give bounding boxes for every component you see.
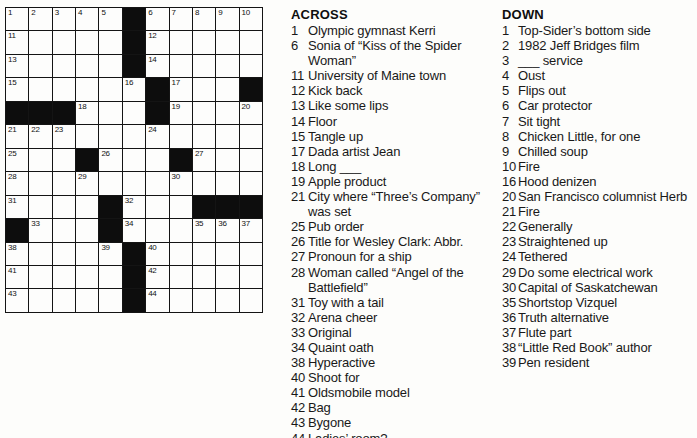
empty-cell[interactable] xyxy=(123,102,146,125)
empty-cell[interactable] xyxy=(76,196,99,219)
empty-cell[interactable] xyxy=(29,289,52,312)
clue-text: Capital of Saskatchewan xyxy=(518,280,697,295)
empty-cell[interactable]: 42 xyxy=(146,266,169,289)
cell-number: 11 xyxy=(8,32,16,40)
down-clue-20: 20San Francisco columnist Herb xyxy=(502,189,697,204)
empty-cell[interactable] xyxy=(99,289,122,312)
cell-number: 31 xyxy=(8,197,16,205)
empty-cell[interactable] xyxy=(193,55,216,78)
empty-cell[interactable] xyxy=(76,219,99,242)
empty-cell[interactable] xyxy=(53,55,76,78)
clue-text: Generally xyxy=(518,219,697,234)
empty-cell[interactable] xyxy=(240,149,263,172)
empty-cell[interactable] xyxy=(193,31,216,54)
clue-text: Bag xyxy=(308,400,483,415)
clue-text: Floor xyxy=(308,114,483,129)
empty-cell[interactable]: 25 xyxy=(6,149,29,172)
empty-cell[interactable] xyxy=(193,266,216,289)
empty-cell[interactable] xyxy=(216,149,239,172)
across-clue-38: 38Hyperactive xyxy=(291,355,483,370)
empty-cell[interactable] xyxy=(29,266,52,289)
empty-cell[interactable] xyxy=(240,266,263,289)
clue-text: San Francisco columnist Herb xyxy=(518,189,697,204)
black-cell xyxy=(240,78,263,101)
clue-number: 22 xyxy=(502,219,518,234)
cell-number: 34 xyxy=(125,220,133,228)
empty-cell[interactable] xyxy=(240,55,263,78)
empty-cell[interactable] xyxy=(76,55,99,78)
clue-text: Shortstop Vizquel xyxy=(518,295,697,310)
black-cell xyxy=(123,289,146,312)
clue-number: 38 xyxy=(502,340,518,355)
empty-cell[interactable] xyxy=(146,219,169,242)
empty-cell[interactable]: 32 xyxy=(123,196,146,219)
cell-number: 38 xyxy=(8,244,16,252)
down-clue-29: 29Do some electrical work xyxy=(502,265,697,280)
cell-number: 5 xyxy=(101,9,105,17)
empty-cell[interactable] xyxy=(193,243,216,266)
across-clue-17: 17Dada artist Jean xyxy=(291,144,483,159)
cell-number: 23 xyxy=(55,126,63,134)
clue-text: Oust xyxy=(518,68,697,83)
empty-cell[interactable]: 39 xyxy=(99,243,122,266)
empty-cell[interactable] xyxy=(99,125,122,148)
across-clue-31: 31Toy with a tail xyxy=(291,295,483,310)
clue-number: 32 xyxy=(291,310,308,325)
empty-cell[interactable] xyxy=(29,78,52,101)
cell-number: 44 xyxy=(148,290,156,298)
empty-cell[interactable] xyxy=(53,289,76,312)
black-cell xyxy=(99,219,122,242)
empty-cell[interactable] xyxy=(99,266,122,289)
down-clue-24: 24Tethered xyxy=(502,249,697,264)
clue-number: 41 xyxy=(291,385,308,400)
empty-cell[interactable] xyxy=(99,172,122,195)
across-clue-44: 44Ladies’ room? xyxy=(291,431,483,438)
clue-text: ___ service xyxy=(518,53,697,68)
empty-cell[interactable] xyxy=(53,31,76,54)
empty-cell[interactable] xyxy=(99,102,122,125)
empty-cell[interactable]: 35 xyxy=(193,219,216,242)
empty-cell[interactable]: 18 xyxy=(76,102,99,125)
clue-text: Fire xyxy=(518,204,697,219)
empty-cell[interactable] xyxy=(170,31,193,54)
clue-number: 27 xyxy=(291,249,308,264)
clue-number: 1 xyxy=(291,23,308,38)
black-cell xyxy=(146,78,169,101)
down-clue-39: 39Pen resident xyxy=(502,355,697,370)
clue-number: 39 xyxy=(502,355,518,370)
across-clue-40: 40Shoot for xyxy=(291,370,483,385)
across-clue-19: 19Apple product xyxy=(291,174,483,189)
empty-cell[interactable] xyxy=(193,172,216,195)
down-clue-9: 9Chilled soup xyxy=(502,144,697,159)
cell-number: 12 xyxy=(148,32,156,40)
down-clue-6: 6Car protector xyxy=(502,98,697,113)
clue-text: Top-Sider’s bottom side xyxy=(518,23,697,38)
empty-cell[interactable] xyxy=(170,219,193,242)
empty-cell[interactable] xyxy=(76,125,99,148)
clue-text: Fire xyxy=(518,159,697,174)
empty-cell[interactable]: 6 xyxy=(146,8,169,31)
cell-number: 35 xyxy=(195,220,203,228)
empty-cell[interactable] xyxy=(216,125,239,148)
empty-cell[interactable] xyxy=(240,289,263,312)
clue-number: 25 xyxy=(291,219,308,234)
empty-cell[interactable]: 9 xyxy=(216,8,239,31)
empty-cell[interactable] xyxy=(193,289,216,312)
clue-number: 10 xyxy=(502,159,518,174)
down-clue-2: 21982 Jeff Bridges film xyxy=(502,38,697,53)
empty-cell[interactable]: 16 xyxy=(123,78,146,101)
down-clue-4: 4Oust xyxy=(502,68,697,83)
empty-cell[interactable] xyxy=(170,243,193,266)
empty-cell[interactable]: 33 xyxy=(29,219,52,242)
empty-cell[interactable] xyxy=(123,125,146,148)
cell-number: 14 xyxy=(148,56,156,64)
empty-cell[interactable]: 37 xyxy=(240,219,263,242)
empty-cell[interactable]: 23 xyxy=(53,125,76,148)
clue-text: Flips out xyxy=(518,83,697,98)
empty-cell[interactable]: 7 xyxy=(170,8,193,31)
clue-text: Long ___ xyxy=(308,159,483,174)
clue-number: 34 xyxy=(291,340,308,355)
empty-cell[interactable] xyxy=(53,219,76,242)
empty-cell[interactable]: 17 xyxy=(170,78,193,101)
empty-cell[interactable] xyxy=(29,196,52,219)
clue-number: 38 xyxy=(291,355,308,370)
clue-text: Pronoun for a ship xyxy=(308,249,483,264)
clue-text: Apple product xyxy=(308,174,483,189)
clue-number: 29 xyxy=(502,265,518,280)
cell-number: 1 xyxy=(8,9,12,17)
down-clue-35: 35Shortstop Vizquel xyxy=(502,295,697,310)
cell-number: 22 xyxy=(31,126,39,134)
empty-cell[interactable]: 21 xyxy=(6,125,29,148)
empty-cell[interactable] xyxy=(216,78,239,101)
empty-cell[interactable] xyxy=(216,172,239,195)
clue-number: 6 xyxy=(502,98,518,113)
empty-cell[interactable]: 15 xyxy=(6,78,29,101)
clue-text: Pen resident xyxy=(518,355,697,370)
cell-number: 6 xyxy=(148,9,152,17)
clue-number: 31 xyxy=(291,295,308,310)
empty-cell[interactable] xyxy=(76,266,99,289)
empty-cell[interactable]: 36 xyxy=(216,219,239,242)
across-clue-42: 42Bag xyxy=(291,400,483,415)
empty-cell[interactable] xyxy=(99,78,122,101)
clue-number: 42 xyxy=(291,400,308,415)
down-clue-16: 16Hood denizen xyxy=(502,174,697,189)
clue-text: Tangle up xyxy=(308,129,483,144)
empty-cell[interactable] xyxy=(193,78,216,101)
black-cell xyxy=(170,149,193,172)
empty-cell[interactable]: 26 xyxy=(99,149,122,172)
clue-number: 9 xyxy=(502,144,518,159)
clue-number: 17 xyxy=(291,144,308,159)
empty-cell[interactable] xyxy=(76,31,99,54)
cell-number: 2 xyxy=(31,9,35,17)
empty-cell[interactable]: 41 xyxy=(6,266,29,289)
down-clue-37: 37Flute part xyxy=(502,325,697,340)
clue-number: 18 xyxy=(291,159,308,174)
cell-number: 18 xyxy=(78,103,86,111)
cell-number: 29 xyxy=(78,173,86,181)
clue-text: Straightened up xyxy=(518,234,697,249)
clue-number: 36 xyxy=(502,310,518,325)
across-clue-43: 43Bygone xyxy=(291,415,483,430)
down-clue-1: 1Top-Sider’s bottom side xyxy=(502,23,697,38)
clue-number: 28 xyxy=(291,265,308,280)
empty-cell[interactable] xyxy=(216,289,239,312)
empty-cell[interactable]: 5 xyxy=(99,8,122,31)
cell-number: 32 xyxy=(125,197,133,205)
across-clue-25: 25Pub order xyxy=(291,219,483,234)
empty-cell[interactable] xyxy=(29,243,52,266)
down-clue-30: 30Capital of Saskatchewan xyxy=(502,280,697,295)
cell-number: 24 xyxy=(148,126,156,134)
empty-cell[interactable] xyxy=(53,149,76,172)
clue-text: Arena cheer xyxy=(308,310,483,325)
empty-cell[interactable]: 31 xyxy=(6,196,29,219)
clue-text: Quaint oath xyxy=(308,340,483,355)
empty-cell[interactable] xyxy=(240,125,263,148)
across-header: ACROSS xyxy=(291,7,483,23)
clue-number: 4 xyxy=(502,68,518,83)
empty-cell[interactable] xyxy=(29,172,52,195)
cell-number: 25 xyxy=(8,150,16,158)
clue-text: Hood denizen xyxy=(518,174,697,189)
across-clue-34: 34Quaint oath xyxy=(291,340,483,355)
clue-number: 21 xyxy=(291,189,308,204)
empty-cell[interactable]: 8 xyxy=(193,8,216,31)
empty-cell[interactable] xyxy=(240,243,263,266)
empty-cell[interactable] xyxy=(240,172,263,195)
empty-cell[interactable]: 27 xyxy=(193,149,216,172)
empty-cell[interactable] xyxy=(123,149,146,172)
empty-cell[interactable]: 3 xyxy=(53,8,76,31)
empty-cell[interactable] xyxy=(146,172,169,195)
empty-cell[interactable] xyxy=(216,102,239,125)
across-clue-list: 1Olympic gymnast Kerri6Sonia of “Kiss of… xyxy=(291,23,483,438)
cell-number: 21 xyxy=(8,126,16,134)
cell-number: 9 xyxy=(218,9,222,17)
empty-cell[interactable]: 10 xyxy=(240,8,263,31)
empty-cell[interactable] xyxy=(170,196,193,219)
across-clue-27: 27Pronoun for a ship xyxy=(291,249,483,264)
empty-cell[interactable]: 24 xyxy=(146,125,169,148)
cell-number: 40 xyxy=(148,244,156,252)
empty-cell[interactable]: 40 xyxy=(146,243,169,266)
black-cell xyxy=(240,196,263,219)
empty-cell[interactable] xyxy=(76,78,99,101)
clue-text: Toy with a tail xyxy=(308,295,483,310)
empty-cell[interactable] xyxy=(170,55,193,78)
clue-number: 20 xyxy=(502,189,518,204)
across-clue-15: 15Tangle up xyxy=(291,129,483,144)
empty-cell[interactable] xyxy=(216,55,239,78)
empty-cell[interactable]: 34 xyxy=(123,219,146,242)
across-clue-6: 6Sonia of “Kiss of the Spider Woman” xyxy=(291,38,483,68)
clue-text: Pub order xyxy=(308,219,483,234)
down-clue-5: 5Flips out xyxy=(502,83,697,98)
clue-number: 35 xyxy=(502,295,518,310)
empty-cell[interactable] xyxy=(53,243,76,266)
empty-cell[interactable] xyxy=(76,289,99,312)
cell-number: 7 xyxy=(172,9,176,17)
clue-text: City where “Three’s Company” was set xyxy=(308,189,483,219)
clue-text: Title for Wesley Clark: Abbr. xyxy=(308,234,483,249)
across-clue-13: 13Like some lips xyxy=(291,98,483,113)
clue-number: 33 xyxy=(291,325,308,340)
empty-cell[interactable]: 38 xyxy=(6,243,29,266)
clue-number: 6 xyxy=(291,38,308,53)
clue-text: Sit tight xyxy=(518,114,697,129)
cell-number: 26 xyxy=(101,150,109,158)
empty-cell[interactable] xyxy=(240,31,263,54)
cell-number: 3 xyxy=(55,9,59,17)
empty-cell[interactable]: 20 xyxy=(240,102,263,125)
cell-number: 37 xyxy=(242,220,250,228)
clue-text: Original xyxy=(308,325,483,340)
down-clue-list: 1Top-Sider’s bottom side21982 Jeff Bridg… xyxy=(502,23,697,370)
down-clue-10: 10Fire xyxy=(502,159,697,174)
empty-cell[interactable] xyxy=(193,102,216,125)
empty-cell[interactable] xyxy=(216,31,239,54)
clue-text: Car protector xyxy=(518,98,697,113)
empty-cell[interactable]: 22 xyxy=(29,125,52,148)
empty-cell[interactable]: 2 xyxy=(29,8,52,31)
clue-text: Chilled soup xyxy=(518,144,697,159)
empty-cell[interactable] xyxy=(193,125,216,148)
black-cell xyxy=(29,102,52,125)
clue-text: Hyperactive xyxy=(308,355,483,370)
black-cell xyxy=(99,196,122,219)
empty-cell[interactable] xyxy=(99,55,122,78)
down-clue-8: 8Chicken Little, for one xyxy=(502,129,697,144)
clue-number: 1 xyxy=(502,23,518,38)
down-clue-22: 22Generally xyxy=(502,219,697,234)
across-clue-1: 1Olympic gymnast Kerri xyxy=(291,23,483,38)
cell-number: 36 xyxy=(218,220,226,228)
cell-number: 41 xyxy=(8,267,16,275)
black-cell xyxy=(123,266,146,289)
empty-cell[interactable]: 30 xyxy=(170,172,193,195)
clue-number: 37 xyxy=(502,325,518,340)
clue-number: 11 xyxy=(291,68,308,83)
empty-cell[interactable] xyxy=(29,55,52,78)
empty-cell[interactable] xyxy=(170,125,193,148)
black-cell xyxy=(53,102,76,125)
clue-text: Sonia of “Kiss of the Spider Woman” xyxy=(308,38,483,68)
clue-text: Like some lips xyxy=(308,98,483,113)
across-clue-41: 41Oldsmobile model xyxy=(291,385,483,400)
empty-cell[interactable]: 43 xyxy=(6,289,29,312)
cell-number: 20 xyxy=(242,103,250,111)
empty-cell[interactable] xyxy=(123,172,146,195)
cell-number: 10 xyxy=(242,9,250,17)
across-clue-33: 33Original xyxy=(291,325,483,340)
cell-number: 13 xyxy=(8,56,16,64)
down-clue-21: 21Fire xyxy=(502,204,697,219)
clue-number: 26 xyxy=(291,234,308,249)
down-header: DOWN xyxy=(502,7,697,23)
empty-cell[interactable]: 14 xyxy=(146,55,169,78)
black-cell xyxy=(6,102,29,125)
empty-cell[interactable] xyxy=(53,196,76,219)
down-clue-7: 7Sit tight xyxy=(502,114,697,129)
empty-cell[interactable] xyxy=(146,149,169,172)
empty-cell[interactable]: 4 xyxy=(76,8,99,31)
black-cell xyxy=(123,8,146,31)
empty-cell[interactable] xyxy=(76,243,99,266)
empty-cell[interactable] xyxy=(216,266,239,289)
clue-text: Do some electrical work xyxy=(518,265,697,280)
clue-number: 24 xyxy=(502,249,518,264)
clue-text: Oldsmobile model xyxy=(308,385,483,400)
clue-number: 23 xyxy=(502,234,518,249)
clue-number: 16 xyxy=(502,174,518,189)
across-clue-18: 18Long ___ xyxy=(291,159,483,174)
cell-number: 15 xyxy=(8,79,16,87)
empty-cell[interactable]: 29 xyxy=(76,172,99,195)
empty-cell[interactable] xyxy=(170,266,193,289)
empty-cell[interactable]: 28 xyxy=(6,172,29,195)
clue-text: Truth alternative xyxy=(518,310,697,325)
empty-cell[interactable] xyxy=(146,196,169,219)
empty-cell[interactable] xyxy=(216,243,239,266)
down-clues-column: DOWN 1Top-Sider’s bottom side21982 Jeff … xyxy=(502,7,697,370)
empty-cell[interactable]: 11 xyxy=(6,31,29,54)
clue-number: 7 xyxy=(502,114,518,129)
empty-cell[interactable] xyxy=(99,31,122,54)
clue-text: Dada artist Jean xyxy=(308,144,483,159)
empty-cell[interactable] xyxy=(29,149,52,172)
clue-text: University of Maine town xyxy=(308,68,483,83)
down-clue-36: 36Truth alternative xyxy=(502,310,697,325)
clue-text: Ladies’ room? xyxy=(308,431,483,438)
cell-number: 27 xyxy=(195,150,203,158)
empty-cell[interactable] xyxy=(53,172,76,195)
empty-cell[interactable]: 13 xyxy=(6,55,29,78)
clue-text: 1982 Jeff Bridges film xyxy=(518,38,697,53)
empty-cell[interactable] xyxy=(53,266,76,289)
empty-cell[interactable] xyxy=(29,31,52,54)
clue-number: 3 xyxy=(502,53,518,68)
clue-number: 44 xyxy=(291,431,308,438)
clue-text: “Little Red Book” author xyxy=(518,340,697,355)
black-cell xyxy=(216,196,239,219)
clue-text: Olympic gymnast Kerri xyxy=(308,23,483,38)
cell-number: 42 xyxy=(148,267,156,275)
empty-cell[interactable]: 1 xyxy=(6,8,29,31)
clue-text: Woman called “Angel of the Battlefield” xyxy=(308,265,483,295)
empty-cell[interactable] xyxy=(170,289,193,312)
cell-number: 28 xyxy=(8,173,16,181)
clue-text: Kick back xyxy=(308,83,483,98)
empty-cell[interactable]: 19 xyxy=(170,102,193,125)
empty-cell[interactable]: 12 xyxy=(146,31,169,54)
black-cell xyxy=(146,102,169,125)
across-clues-column: ACROSS 1Olympic gymnast Kerri6Sonia of “… xyxy=(291,7,483,438)
clue-number: 14 xyxy=(291,114,308,129)
empty-cell[interactable] xyxy=(53,78,76,101)
across-clue-32: 32Arena cheer xyxy=(291,310,483,325)
clue-number: 5 xyxy=(502,83,518,98)
down-clue-3: 3___ service xyxy=(502,53,697,68)
down-clue-23: 23Straightened up xyxy=(502,234,697,249)
empty-cell[interactable]: 44 xyxy=(146,289,169,312)
